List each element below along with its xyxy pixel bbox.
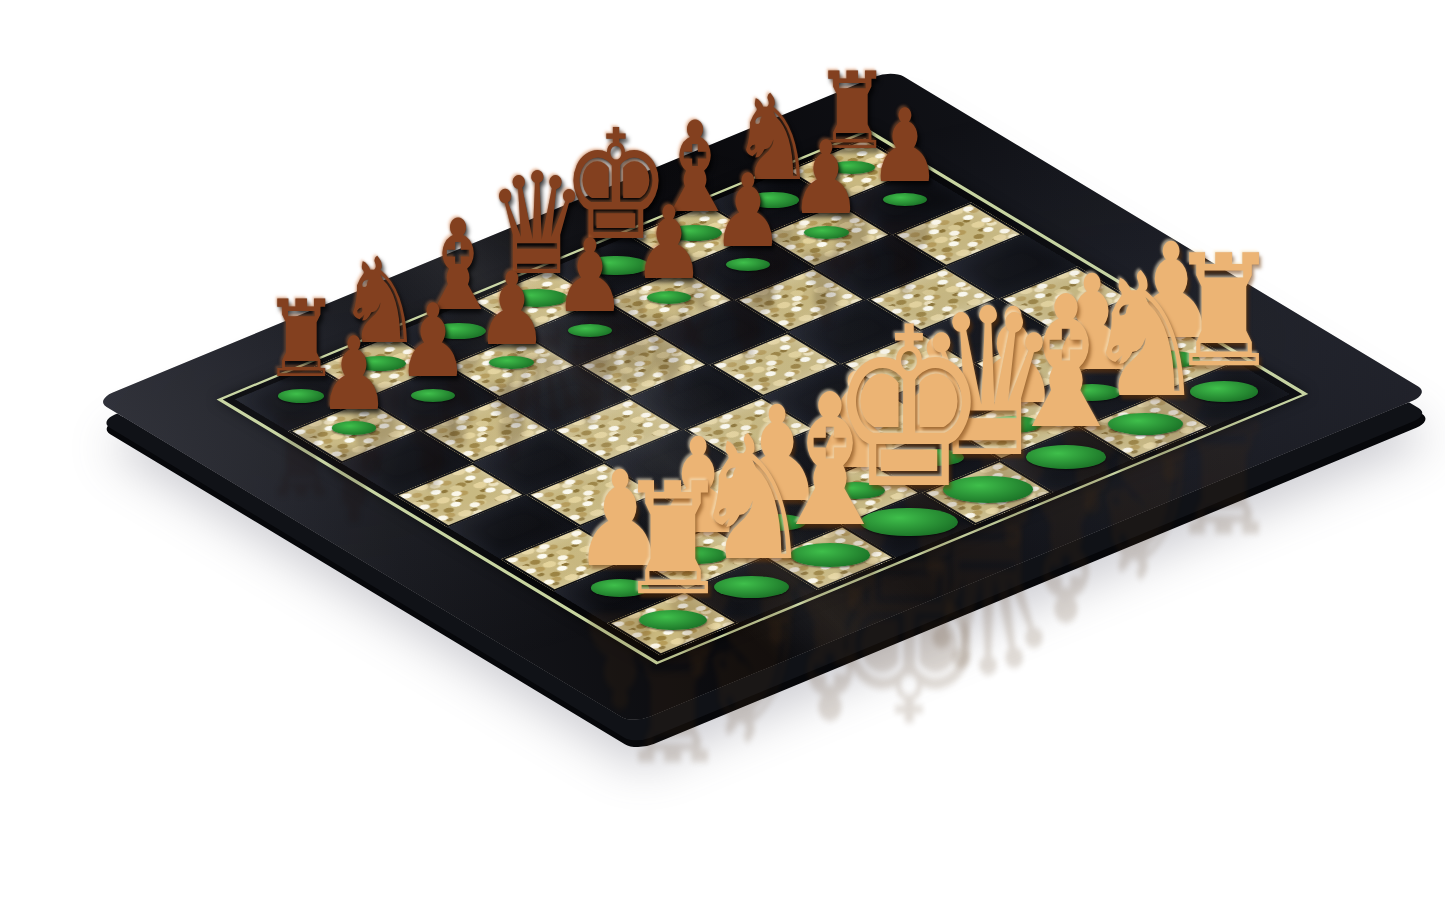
- playing-area-border: [217, 129, 1309, 664]
- board-grid: [235, 138, 1290, 655]
- chess-set-photo: ♜♜♞♞♝♝♛♛♚♚♝♝♞♞♜♜♟♟♟♟♟♟♟♟♟♟♟♟♟♟♟♟♟♟♟♟♟♟♟♟…: [0, 0, 1445, 920]
- chess-board: [95, 70, 1430, 724]
